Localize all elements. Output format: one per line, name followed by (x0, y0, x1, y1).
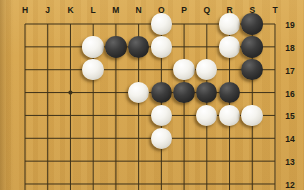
white-stone (82, 59, 103, 80)
row-label: 19 (285, 21, 294, 30)
white-stone (128, 82, 149, 103)
row-label: 18 (285, 44, 294, 53)
row-label: 13 (285, 158, 294, 167)
white-stone (151, 36, 172, 57)
black-stone (219, 82, 240, 103)
black-stone (151, 82, 172, 103)
row-label: 15 (285, 112, 294, 121)
white-stone (151, 105, 172, 126)
stones-grid (14, 13, 287, 190)
row-label: 12 (285, 181, 294, 190)
white-stone (151, 13, 172, 34)
row-label: 16 (285, 89, 294, 98)
white-stone (173, 59, 194, 80)
white-stone (196, 105, 217, 126)
white-stone (82, 36, 103, 57)
white-stone (219, 36, 240, 57)
white-stone (219, 13, 240, 34)
white-stone (151, 128, 172, 149)
white-stone (241, 105, 262, 126)
white-stone (196, 59, 217, 80)
black-stone (241, 13, 262, 34)
row-label: 14 (285, 135, 294, 144)
white-stone (219, 105, 240, 126)
row-label: 17 (285, 66, 294, 75)
black-stone (241, 36, 262, 57)
black-stone (196, 82, 217, 103)
black-stone (241, 59, 262, 80)
black-stone (128, 36, 149, 57)
go-board[interactable]: HJKLMNOPQRST 1918171615141312 (0, 0, 304, 190)
black-stone (105, 36, 126, 57)
black-stone (173, 82, 194, 103)
